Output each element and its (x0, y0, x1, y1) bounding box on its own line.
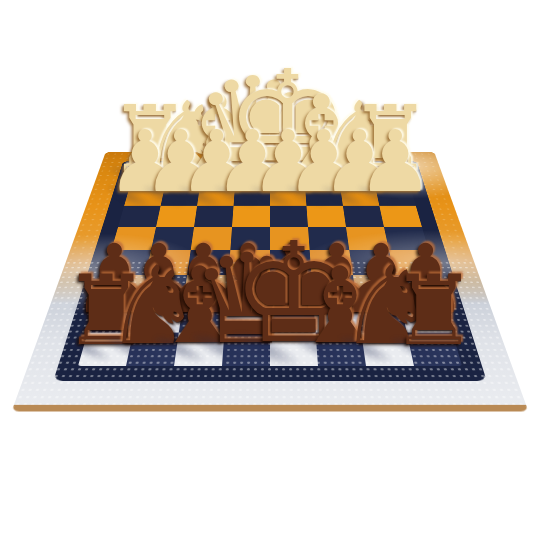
square-c3 (183, 275, 228, 302)
square-f5 (308, 227, 349, 250)
square-d6 (232, 206, 270, 227)
square-b1 (126, 333, 179, 366)
square-f2 (313, 302, 361, 332)
square-c8 (200, 168, 236, 186)
square-a2 (88, 302, 140, 332)
square-h8 (371, 168, 410, 186)
square-b6 (156, 206, 197, 227)
square-b3 (140, 275, 187, 302)
square-a1 (78, 333, 133, 366)
square-g5 (346, 227, 389, 250)
square-c7 (197, 186, 235, 206)
square-d1 (222, 333, 270, 366)
square-a3 (96, 275, 145, 302)
square-f7 (305, 186, 343, 206)
chessboard-photo: ♜♞♝♛♚♝♞♜♟♟♟♟♟♟♟♟♟♟♟♟♟♟♟♟♜♞♝♛♚♝♞♜ (0, 0, 533, 533)
square-e3 (270, 275, 313, 302)
square-d8 (235, 168, 270, 186)
square-g6 (343, 206, 384, 227)
square-h7 (375, 186, 416, 206)
square-e7 (270, 186, 306, 206)
square-g4 (349, 250, 394, 275)
square-f8 (304, 168, 340, 186)
board-panel (12, 152, 529, 411)
square-c5 (191, 227, 232, 250)
square-c4 (187, 250, 230, 275)
square-b5 (151, 227, 194, 250)
square-a6 (118, 206, 161, 227)
square-e8 (270, 168, 305, 186)
square-g7 (340, 186, 379, 206)
square-h4 (389, 250, 436, 275)
square-b8 (165, 168, 203, 186)
board-frame (53, 161, 487, 381)
square-g8 (337, 168, 375, 186)
square-c6 (194, 206, 233, 227)
square-e2 (270, 302, 316, 332)
square-f4 (310, 250, 353, 275)
square-b7 (161, 186, 200, 206)
square-d7 (234, 186, 270, 206)
square-f3 (311, 275, 356, 302)
square-g3 (353, 275, 400, 302)
square-c1 (174, 333, 224, 366)
square-h5 (384, 227, 429, 250)
square-a7 (124, 186, 165, 206)
square-h6 (379, 206, 422, 227)
square-e6 (270, 206, 308, 227)
square-e5 (270, 227, 310, 250)
square-g2 (357, 302, 407, 332)
square-c2 (179, 302, 227, 332)
square-h2 (400, 302, 452, 332)
square-a8 (130, 168, 169, 186)
square-d3 (227, 275, 270, 302)
square-h3 (394, 275, 443, 302)
square-d4 (229, 250, 270, 275)
square-f6 (306, 206, 345, 227)
square-a5 (111, 227, 156, 250)
square-f1 (316, 333, 366, 366)
square-e4 (270, 250, 311, 275)
square-b2 (133, 302, 183, 332)
square-d5 (230, 227, 270, 250)
chess-board (78, 168, 462, 366)
square-d2 (224, 302, 270, 332)
square-h1 (407, 333, 462, 366)
square-e1 (270, 333, 318, 366)
square-g1 (361, 333, 414, 366)
square-b4 (146, 250, 191, 275)
square-a4 (104, 250, 151, 275)
